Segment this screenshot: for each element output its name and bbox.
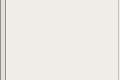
chess-diagram xyxy=(0,0,120,80)
board-right-margin xyxy=(118,0,120,80)
rank-labels xyxy=(0,0,6,80)
chess-board xyxy=(6,0,118,80)
